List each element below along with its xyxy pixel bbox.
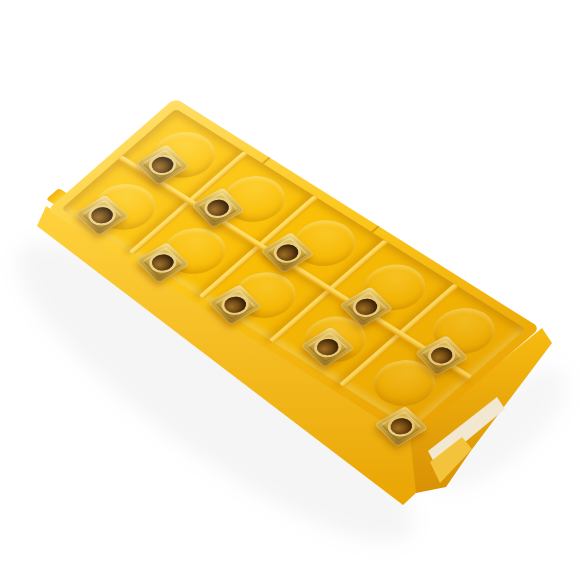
rim-seam bbox=[371, 226, 379, 233]
rim-seam bbox=[262, 157, 270, 164]
product-photo-scene bbox=[0, 0, 580, 580]
